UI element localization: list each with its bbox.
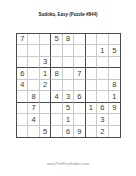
cell-r4c3: 1 (40, 68, 51, 79)
cell-r8c5: 1 (63, 114, 74, 125)
cell-r2c9: 5 (109, 45, 120, 56)
cell-r4c2 (28, 68, 39, 79)
cell-r4c7 (86, 68, 97, 79)
cell-r3c7 (86, 57, 97, 68)
sudoku-grid: 758153618742884361751694135692 (16, 33, 121, 138)
puzzle-title: Sudoku, Easy (Puzzle #844) (0, 12, 136, 17)
cell-r8c7 (86, 114, 97, 125)
cell-r7c7: 1 (86, 103, 97, 114)
cell-r1c2 (28, 34, 39, 45)
cell-r6c9: 1 (109, 91, 120, 102)
footer-url: www.PrintFreeSudoku.com (0, 162, 136, 166)
cell-r4c5 (63, 68, 74, 79)
cell-r2c2 (28, 45, 39, 56)
cell-r4c6: 7 (74, 68, 85, 79)
cell-r5c8 (97, 80, 108, 91)
cell-r5c9: 8 (109, 80, 120, 91)
cell-r9c1 (17, 126, 28, 137)
cell-r9c7 (86, 126, 97, 137)
cell-r8c1 (17, 114, 28, 125)
cell-r7c2: 7 (28, 103, 39, 114)
cell-r6c8 (97, 91, 108, 102)
cell-r7c4 (51, 103, 62, 114)
cell-r6c1 (17, 91, 28, 102)
cell-r9c5: 6 (63, 126, 74, 137)
cell-r4c1: 6 (17, 68, 28, 79)
cell-r8c3 (40, 114, 51, 125)
cell-r3c9 (109, 57, 120, 68)
cell-r3c1 (17, 57, 28, 68)
cell-r8c6 (74, 114, 85, 125)
cell-r5c1: 4 (17, 80, 28, 91)
cell-r2c5 (63, 45, 74, 56)
cell-r2c4 (51, 45, 62, 56)
cell-r3c4 (51, 57, 62, 68)
cell-r1c6 (74, 34, 85, 45)
cell-r8c2: 4 (28, 114, 39, 125)
cell-r5c3: 2 (40, 80, 51, 91)
cell-r4c9 (109, 68, 120, 79)
cell-r9c9 (109, 126, 120, 137)
cell-r6c5: 3 (63, 91, 74, 102)
cell-r3c3: 3 (40, 57, 51, 68)
cell-r2c7 (86, 45, 97, 56)
cell-r6c3 (40, 91, 51, 102)
cell-r3c8 (97, 57, 108, 68)
cell-r3c5 (63, 57, 74, 68)
cell-r6c4: 4 (51, 91, 62, 102)
cell-r1c7 (86, 34, 97, 45)
cell-r5c6 (74, 80, 85, 91)
cell-r3c2 (28, 57, 39, 68)
cell-r7c8: 6 (97, 103, 108, 114)
cell-r8c9 (109, 114, 120, 125)
cell-r9c4 (51, 126, 62, 137)
cell-r7c5: 5 (63, 103, 74, 114)
cell-r1c3 (40, 34, 51, 45)
cell-r2c8: 1 (97, 45, 108, 56)
cell-r4c4: 8 (51, 68, 62, 79)
cell-r1c4: 5 (51, 34, 62, 45)
cell-r2c6 (74, 45, 85, 56)
cell-r5c5 (63, 80, 74, 91)
cell-r9c2 (28, 126, 39, 137)
cell-r7c6 (74, 103, 85, 114)
cell-r7c1 (17, 103, 28, 114)
cell-r1c9 (109, 34, 120, 45)
cell-r2c3 (40, 45, 51, 56)
cell-r9c8: 2 (97, 126, 108, 137)
sudoku-sheet: Sudoku, Easy (Puzzle #844) 7581536187428… (0, 0, 136, 176)
cell-r6c2: 8 (28, 91, 39, 102)
cell-r8c8: 3 (97, 114, 108, 125)
cell-r8c4 (51, 114, 62, 125)
cell-r7c9: 9 (109, 103, 120, 114)
cell-r5c2 (28, 80, 39, 91)
cell-r2c1 (17, 45, 28, 56)
cell-r9c6: 9 (74, 126, 85, 137)
cell-r5c7 (86, 80, 97, 91)
cell-r1c8 (97, 34, 108, 45)
cell-r7c3 (40, 103, 51, 114)
cell-r1c5: 8 (63, 34, 74, 45)
cell-r5c4 (51, 80, 62, 91)
cell-r6c7 (86, 91, 97, 102)
cell-r1c1: 7 (17, 34, 28, 45)
cell-r9c3: 5 (40, 126, 51, 137)
cell-r6c6: 6 (74, 91, 85, 102)
cell-r3c6 (74, 57, 85, 68)
cell-r4c8 (97, 68, 108, 79)
